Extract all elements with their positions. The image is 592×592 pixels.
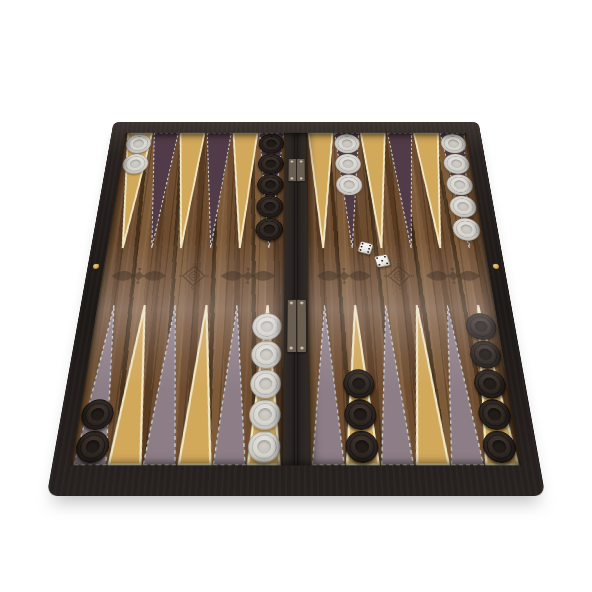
- left-board-half: [71, 133, 286, 466]
- checker-white: [251, 341, 282, 369]
- diamond-ornament-icon: [379, 260, 418, 292]
- screw-icon: [300, 302, 303, 305]
- backgammon-board: [47, 122, 546, 496]
- right-board-half: [306, 133, 521, 466]
- screw-icon: [290, 177, 293, 179]
- scroll-ornament-icon: [424, 267, 483, 286]
- screw-icon: [300, 347, 304, 350]
- checker-black: [257, 174, 284, 195]
- right-ornament-band: [307, 249, 494, 304]
- checker-white: [335, 154, 362, 174]
- checker-black: [258, 134, 284, 153]
- checker-black: [345, 431, 379, 463]
- checker-white: [121, 154, 150, 174]
- checker-stack-b6: [247, 313, 282, 463]
- screw-icon: [300, 160, 303, 162]
- scroll-ornament-icon: [315, 267, 373, 286]
- checker-black: [468, 341, 503, 369]
- checker-black: [258, 154, 284, 174]
- checker-black: [481, 431, 518, 463]
- checker-white: [334, 134, 360, 153]
- point-b6: [246, 304, 283, 465]
- left-bottom-quadrant: [72, 304, 282, 465]
- screw-icon: [290, 160, 293, 162]
- checker-black: [79, 399, 115, 430]
- checker-white: [248, 399, 281, 430]
- screw-icon: [290, 347, 294, 350]
- checker-black: [476, 399, 512, 430]
- brass-pin-left: [93, 264, 100, 269]
- checker-black: [344, 399, 377, 430]
- checker-black: [472, 369, 508, 398]
- checker-white: [448, 196, 478, 218]
- checker-white: [247, 431, 280, 463]
- checker-black: [256, 196, 283, 218]
- checker-white: [252, 313, 282, 340]
- checker-stack-t6: [255, 134, 284, 241]
- checker-stack-b8: [343, 369, 379, 463]
- checker-white: [451, 218, 482, 241]
- point-t6: [254, 133, 285, 249]
- screw-icon: [300, 177, 303, 179]
- left-top-quadrant: [108, 133, 285, 249]
- checker-black: [464, 313, 498, 340]
- hinge-icon: [288, 159, 305, 182]
- checker-stack-t8: [334, 134, 363, 195]
- scroll-ornament-icon: [109, 267, 168, 286]
- scene: [0, 0, 592, 592]
- right-top-quadrant: [307, 133, 484, 249]
- checker-white: [250, 369, 282, 398]
- center-bar: [283, 133, 310, 466]
- screw-icon: [290, 302, 293, 305]
- right-bottom-quadrant: [309, 304, 519, 465]
- checker-stack-t1: [121, 134, 153, 174]
- left-ornament-band: [98, 249, 285, 304]
- checker-white: [124, 134, 152, 153]
- checker-black: [74, 431, 111, 463]
- checker-black: [343, 369, 376, 398]
- brass-pin-right: [492, 264, 499, 269]
- checker-black: [255, 218, 283, 241]
- checker-white: [336, 174, 363, 195]
- checker-white: [440, 134, 468, 153]
- checker-white: [442, 154, 471, 174]
- scroll-ornament-icon: [219, 267, 277, 286]
- diamond-ornament-icon: [173, 260, 212, 292]
- board-perspective-wrapper: [47, 122, 546, 496]
- hinge-icon: [287, 299, 307, 352]
- checker-white: [445, 174, 474, 195]
